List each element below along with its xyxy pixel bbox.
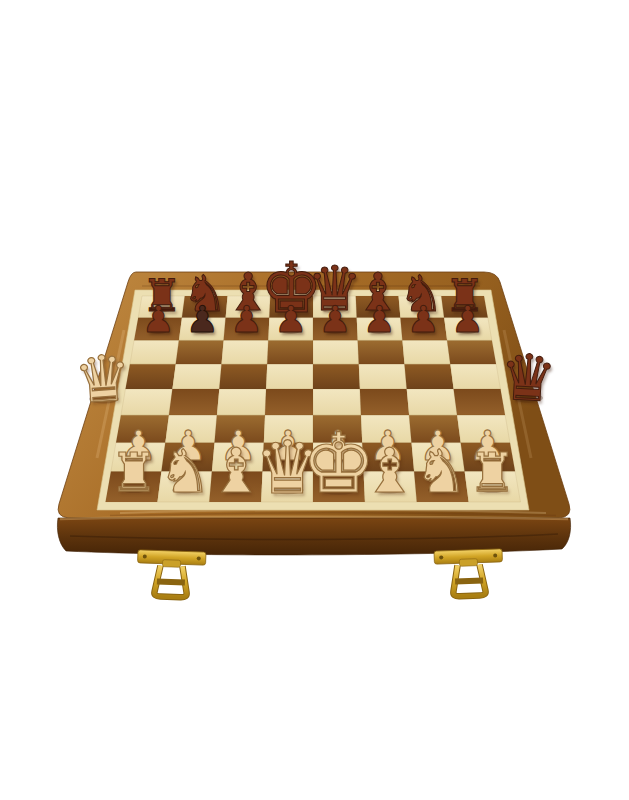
white-knight-g1[interactable]: ♞	[414, 442, 467, 501]
black-pawn-f7[interactable]: ♟	[363, 302, 396, 339]
square-d4[interactable]	[265, 389, 313, 415]
white-rook-a1[interactable]: ♜	[110, 447, 158, 500]
square-h6[interactable]	[447, 340, 496, 364]
right-brass-latch	[434, 549, 504, 597]
black-pawn-b7[interactable]: ♟	[186, 302, 219, 339]
square-g4[interactable]	[407, 389, 457, 415]
square-g6[interactable]	[402, 340, 450, 364]
black-pawn-h7[interactable]: ♟	[451, 302, 484, 339]
black-pawn-a7[interactable]: ♟	[142, 302, 175, 339]
black-pawn-g7[interactable]: ♟	[407, 302, 440, 339]
spare-white-queen[interactable]: ♛	[72, 346, 133, 413]
white-rook-h1[interactable]: ♜	[468, 447, 516, 500]
square-d6[interactable]	[267, 340, 313, 364]
square-b6[interactable]	[176, 340, 224, 364]
square-a6[interactable]	[130, 340, 179, 364]
white-bishop-f1[interactable]: ♝	[362, 440, 417, 501]
black-pawn-e7[interactable]: ♟	[319, 302, 352, 339]
square-g5[interactable]	[405, 364, 454, 389]
square-c5[interactable]	[219, 364, 267, 389]
square-h5[interactable]	[450, 364, 500, 389]
square-f5[interactable]	[359, 364, 407, 389]
square-c4[interactable]	[217, 389, 266, 415]
square-b4[interactable]	[169, 389, 219, 415]
spare-black-queen[interactable]: ♛	[498, 346, 558, 412]
square-b5[interactable]	[172, 364, 221, 389]
square-d5[interactable]	[266, 364, 313, 389]
square-c6[interactable]	[222, 340, 269, 364]
wooden-chess-set-photo: ♜♞♝♚♛♝♞♜♟♟♟♟♟♟♟♟♟♟♟♟♟♟♟♟♜♞♝♛♚♝♞♜♛♛	[0, 0, 629, 800]
square-a5[interactable]	[126, 364, 176, 389]
square-f6[interactable]	[358, 340, 405, 364]
square-e5[interactable]	[313, 364, 360, 389]
square-e4[interactable]	[313, 389, 361, 415]
square-e6[interactable]	[313, 340, 359, 364]
square-f4[interactable]	[360, 389, 409, 415]
black-pawn-d7[interactable]: ♟	[274, 302, 307, 339]
black-pawn-c7[interactable]: ♟	[230, 302, 263, 339]
white-knight-b1[interactable]: ♞	[158, 442, 211, 501]
left-brass-latch	[136, 550, 206, 598]
